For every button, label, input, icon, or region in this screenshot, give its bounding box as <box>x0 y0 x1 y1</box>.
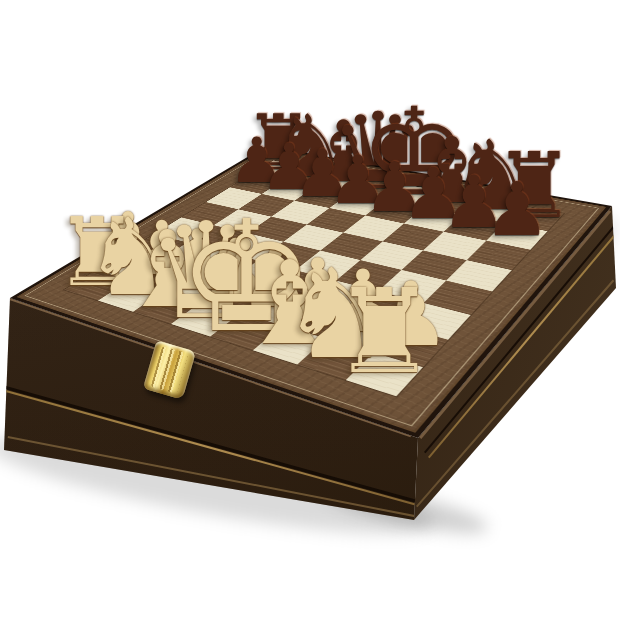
piece-white-rook[interactable]: ♜ <box>332 274 436 390</box>
chess-box-photo: ♜♞♝♛♚♝♞♜♟♟♟♟♟♟♟♟♜♞♝♛♚♝♞♜♟♟♟♟♟♟♟♟ <box>0 0 620 620</box>
piece-black-pawn[interactable]: ♟ <box>484 173 550 247</box>
